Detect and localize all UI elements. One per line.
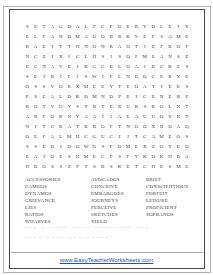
grid-cell[interactable]: J <box>124 131 132 141</box>
grid-cell[interactable]: I <box>48 51 56 61</box>
grid-cell[interactable]: T <box>183 101 191 111</box>
grid-cell[interactable]: N <box>65 111 73 121</box>
grid-cell[interactable]: E <box>183 31 191 41</box>
grid-cell[interactable]: O <box>73 141 81 151</box>
grid-cell[interactable]: A <box>31 151 39 161</box>
grid-cell[interactable]: F <box>40 131 48 141</box>
grid-cell[interactable]: S <box>183 81 191 91</box>
grid-cell[interactable]: O <box>48 111 56 121</box>
grid-cell[interactable]: T <box>65 41 73 51</box>
grid-cell[interactable]: O <box>115 21 123 31</box>
grid-cell[interactable]: A <box>82 111 90 121</box>
grid-cell[interactable]: I <box>132 91 140 101</box>
grid-cell[interactable]: S <box>73 101 81 111</box>
grid-cell[interactable]: B <box>82 121 90 131</box>
grid-cell[interactable]: E <box>141 31 149 41</box>
grid-cell[interactable]: A <box>48 91 56 101</box>
grid-cell[interactable]: O <box>90 41 98 51</box>
grid-cell[interactable]: D <box>149 21 157 31</box>
grid-cell[interactable]: N <box>23 51 31 61</box>
grid-cell[interactable]: R <box>65 81 73 91</box>
grid-cell[interactable]: H <box>166 151 174 161</box>
grid-cell[interactable]: Q <box>141 71 149 81</box>
grid-cell[interactable]: E <box>183 71 191 81</box>
grid-cell[interactable]: N <box>124 121 132 131</box>
grid-cell[interactable]: E <box>124 161 132 171</box>
grid-cell[interactable]: F <box>90 21 98 31</box>
grid-cell[interactable]: R <box>57 111 65 121</box>
grid-cell[interactable]: H <box>90 51 98 61</box>
grid-cell[interactable]: A <box>31 41 39 51</box>
grid-cell[interactable]: F <box>183 41 191 51</box>
grid-cell[interactable]: F <box>107 141 115 151</box>
grid-cell[interactable]: Y <box>183 21 191 31</box>
grid-cell[interactable]: S <box>31 81 39 91</box>
grid-cell[interactable]: X <box>149 121 157 131</box>
grid-cell[interactable]: C <box>31 51 39 61</box>
grid-cell[interactable]: V <box>166 111 174 121</box>
grid-cell[interactable]: C <box>99 151 107 161</box>
grid-cell[interactable]: N <box>40 61 48 71</box>
grid-cell[interactable]: G <box>57 21 65 31</box>
grid-cell[interactable]: X <box>141 141 149 151</box>
grid-cell[interactable]: M <box>157 131 165 141</box>
grid-cell[interactable]: O <box>141 121 149 131</box>
grid-cell[interactable]: O <box>99 31 107 41</box>
grid-cell[interactable]: M <box>141 51 149 61</box>
grid-cell[interactable]: I <box>57 141 65 151</box>
grid-cell[interactable]: N <box>99 91 107 101</box>
grid-cell[interactable]: I <box>40 151 48 161</box>
grid-cell[interactable]: E <box>166 91 174 101</box>
grid-cell[interactable]: R <box>115 31 123 41</box>
grid-cell[interactable]: O <box>23 131 31 141</box>
grid-cell[interactable]: D <box>149 151 157 161</box>
grid-cell[interactable]: V <box>132 31 140 41</box>
grid-cell[interactable]: A <box>115 41 123 51</box>
grid-cell[interactable]: E <box>149 51 157 61</box>
grid-cell[interactable]: A <box>48 31 56 41</box>
grid-cell[interactable]: R <box>149 101 157 111</box>
grid-cell[interactable]: D <box>65 91 73 101</box>
grid-cell[interactable]: M <box>174 31 182 41</box>
grid-cell[interactable]: I <box>115 131 123 141</box>
grid-cell[interactable]: Y <box>141 21 149 31</box>
grid-cell[interactable]: S <box>57 161 65 171</box>
grid-cell[interactable]: D <box>132 71 140 81</box>
grid-cell[interactable]: E <box>65 61 73 71</box>
grid-cell[interactable]: H <box>149 161 157 171</box>
grid-cell[interactable]: O <box>65 141 73 151</box>
grid-cell[interactable]: R <box>115 101 123 111</box>
grid-cell[interactable]: E <box>166 81 174 91</box>
grid-cell[interactable]: T <box>183 111 191 121</box>
grid-cell[interactable]: I <box>107 51 115 61</box>
grid-cell[interactable]: O <box>157 141 165 151</box>
grid-cell[interactable]: M <box>124 141 132 151</box>
grid-cell[interactable]: I <box>40 71 48 81</box>
grid-cell[interactable]: T <box>149 81 157 91</box>
grid-cell[interactable]: O <box>157 101 165 111</box>
grid-cell[interactable]: E <box>124 91 132 101</box>
grid-cell[interactable]: I <box>31 121 39 131</box>
grid-cell[interactable]: C <box>141 91 149 101</box>
grid-cell[interactable]: E <box>31 21 39 31</box>
grid-cell[interactable]: C <box>73 51 81 61</box>
grid-cell[interactable]: R <box>107 41 115 51</box>
grid-cell[interactable]: Q <box>157 111 165 121</box>
grid-cell[interactable]: E <box>107 101 115 111</box>
grid-cell[interactable]: S <box>141 101 149 111</box>
grid-cell[interactable]: R <box>157 121 165 131</box>
grid-cell[interactable]: N <box>23 121 31 131</box>
grid-cell[interactable]: D <box>65 21 73 31</box>
grid-cell[interactable]: O <box>99 121 107 131</box>
grid-cell[interactable]: O <box>31 101 39 111</box>
grid-cell[interactable]: A <box>157 51 165 61</box>
grid-cell[interactable]: T <box>40 21 48 31</box>
grid-cell[interactable]: C <box>48 121 56 131</box>
grid-cell[interactable]: C <box>99 61 107 71</box>
grid-cell[interactable]: Y <box>57 41 65 51</box>
grid-cell[interactable]: I <box>141 41 149 51</box>
grid-cell[interactable]: T <box>132 41 140 51</box>
grid-cell[interactable]: I <box>99 111 107 121</box>
grid-cell[interactable]: C <box>99 21 107 31</box>
grid-cell[interactable]: V <box>48 81 56 91</box>
grid-cell[interactable]: S <box>90 161 98 171</box>
grid-cell[interactable]: H <box>23 161 31 171</box>
grid-cell[interactable]: L <box>166 101 174 111</box>
grid-cell[interactable]: E <box>166 131 174 141</box>
grid-cell[interactable]: F <box>149 31 157 41</box>
grid-cell[interactable]: Q <box>124 51 132 61</box>
grid-cell[interactable]: E <box>174 141 182 151</box>
grid-cell[interactable]: P <box>115 91 123 101</box>
grid-cell[interactable]: Z <box>183 51 191 61</box>
grid-cell[interactable]: I <box>99 71 107 81</box>
grid-cell[interactable]: A <box>48 131 56 141</box>
grid-cell[interactable]: I <box>174 21 182 31</box>
grid-cell[interactable]: S <box>82 71 90 81</box>
grid-cell[interactable]: E <box>40 141 48 151</box>
grid-cell[interactable]: L <box>57 91 65 101</box>
grid-cell[interactable]: V <box>57 61 65 71</box>
grid-cell[interactable]: E <box>124 111 132 121</box>
grid-cell[interactable]: O <box>90 141 98 151</box>
grid-cell[interactable]: F <box>124 151 132 161</box>
grid-cell[interactable]: Y <box>107 81 115 91</box>
grid-cell[interactable]: S <box>23 141 31 151</box>
grid-cell[interactable]: S <box>115 51 123 61</box>
grid-cell[interactable]: B <box>23 41 31 51</box>
grid-cell[interactable]: O <box>124 61 132 71</box>
grid-cell[interactable]: Y <box>82 101 90 111</box>
grid-cell[interactable]: T <box>115 81 123 91</box>
grid-cell[interactable]: D <box>82 91 90 101</box>
grid-cell[interactable]: A <box>149 131 157 141</box>
grid-cell[interactable]: F <box>157 41 165 51</box>
grid-cell[interactable]: X <box>57 51 65 61</box>
grid-cell[interactable]: S <box>48 161 56 171</box>
grid-cell[interactable]: S <box>23 71 31 81</box>
grid-cell[interactable]: B <box>149 61 157 71</box>
grid-cell[interactable]: E <box>157 161 165 171</box>
grid-cell[interactable]: L <box>115 61 123 71</box>
grid-cell[interactable]: E <box>40 91 48 101</box>
grid-cell[interactable]: F <box>73 161 81 171</box>
grid-cell[interactable]: E <box>149 41 157 51</box>
grid-cell[interactable]: R <box>31 111 39 121</box>
grid-cell[interactable]: D <box>48 141 56 151</box>
grid-cell[interactable]: I <box>73 61 81 71</box>
grid-cell[interactable]: F <box>132 51 140 61</box>
grid-cell[interactable]: E <box>57 151 65 161</box>
grid-cell[interactable]: E <box>174 81 182 91</box>
grid-cell[interactable]: S <box>99 51 107 61</box>
grid-cell[interactable]: M <box>82 151 90 161</box>
grid-cell[interactable]: O <box>132 81 140 91</box>
grid-cell[interactable]: K <box>141 151 149 161</box>
grid-cell[interactable]: L <box>57 131 65 141</box>
grid-cell[interactable]: T <box>40 121 48 131</box>
grid-cell[interactable]: R <box>132 21 140 31</box>
grid-cell[interactable]: K <box>166 61 174 71</box>
grid-cell[interactable]: Y <box>73 111 81 121</box>
grid-cell[interactable]: A <box>23 111 31 121</box>
grid-cell[interactable]: W <box>82 141 90 151</box>
grid-cell[interactable]: U <box>57 101 65 111</box>
grid-cell[interactable]: N <box>157 91 165 101</box>
grid-cell[interactable]: N <box>124 71 132 81</box>
grid-cell[interactable]: L <box>31 31 39 41</box>
grid-cell[interactable]: H <box>73 151 81 161</box>
grid-cell[interactable]: B <box>107 31 115 41</box>
grid-cell[interactable]: S <box>157 31 165 41</box>
grid-cell[interactable]: O <box>23 81 31 91</box>
grid-cell[interactable]: N <box>99 41 107 51</box>
grid-cell[interactable]: S <box>31 141 39 151</box>
grid-cell[interactable]: R <box>82 61 90 71</box>
grid-cell[interactable]: S <box>31 91 39 101</box>
grid-cell[interactable]: N <box>166 51 174 61</box>
grid-cell[interactable]: M <box>90 91 98 101</box>
grid-cell[interactable]: O <box>132 121 140 131</box>
grid-cell[interactable]: P <box>23 91 31 101</box>
grid-cell[interactable]: C <box>141 161 149 171</box>
grid-cell[interactable]: A <box>48 21 56 31</box>
grid-cell[interactable]: G <box>90 131 98 141</box>
grid-cell[interactable]: I <box>57 71 65 81</box>
grid-cell[interactable]: E <box>99 81 107 91</box>
grid-cell[interactable]: A <box>82 31 90 41</box>
grid-cell[interactable]: C <box>107 131 115 141</box>
grid-cell[interactable]: O <box>124 41 132 51</box>
grid-cell[interactable]: L <box>82 51 90 61</box>
grid-cell[interactable]: F <box>107 121 115 131</box>
grid-cell[interactable]: S <box>115 151 123 161</box>
grid-cell[interactable]: D <box>107 91 115 101</box>
grid-cell[interactable]: Y <box>166 141 174 151</box>
grid-cell[interactable]: A <box>166 31 174 41</box>
grid-cell[interactable]: O <box>174 131 182 141</box>
grid-cell[interactable]: R <box>90 121 98 131</box>
grid-cell[interactable]: S <box>166 161 174 171</box>
grid-cell[interactable]: T <box>82 161 90 171</box>
grid-cell[interactable]: E <box>23 151 31 161</box>
grid-cell[interactable]: Q <box>183 121 191 131</box>
grid-cell[interactable]: E <box>157 71 165 81</box>
grid-cell[interactable]: F <box>40 111 48 121</box>
grid-cell[interactable]: S <box>107 161 115 171</box>
grid-cell[interactable]: F <box>107 151 115 161</box>
grid-cell[interactable]: D <box>183 141 191 151</box>
grid-cell[interactable]: I <box>48 41 56 51</box>
grid-cell[interactable]: A <box>90 111 98 121</box>
grid-cell[interactable]: E <box>31 131 39 141</box>
grid-cell[interactable]: E <box>166 21 174 31</box>
grid-cell[interactable]: A <box>183 151 191 161</box>
grid-cell[interactable]: E <box>149 91 157 101</box>
grid-cell[interactable]: M <box>82 81 90 91</box>
grid-cell[interactable]: S <box>99 141 107 151</box>
grid-cell[interactable]: G <box>90 61 98 71</box>
grid-cell[interactable]: R <box>174 111 182 121</box>
grid-cell[interactable]: O <box>57 81 65 91</box>
grid-cell[interactable]: R <box>166 71 174 81</box>
grid-cell[interactable]: N <box>82 41 90 51</box>
grid-cell[interactable]: T <box>99 101 107 111</box>
grid-cell[interactable]: S <box>65 151 73 161</box>
grid-cell[interactable]: E <box>107 61 115 71</box>
site-link[interactable]: www.EasyTeacherWorksheets.com <box>0 257 213 263</box>
grid-cell[interactable]: A <box>115 111 123 121</box>
grid-cell[interactable]: A <box>65 121 73 131</box>
grid-cell[interactable]: R <box>132 101 140 111</box>
grid-cell[interactable]: Z <box>174 61 182 71</box>
grid-cell[interactable]: B <box>90 101 98 111</box>
grid-cell[interactable]: H <box>73 131 81 141</box>
grid-cell[interactable]: Z <box>40 51 48 61</box>
grid-cell[interactable]: S <box>174 51 182 61</box>
grid-cell[interactable]: E <box>23 61 31 71</box>
grid-cell[interactable]: D <box>31 161 39 171</box>
grid-cell[interactable]: K <box>115 161 123 171</box>
grid-cell[interactable]: Y <box>40 101 48 111</box>
grid-cell[interactable]: E <box>90 151 98 161</box>
grid-cell[interactable]: D <box>65 31 73 41</box>
grid-cell[interactable]: A <box>174 121 182 131</box>
grid-cell[interactable]: Y <box>65 101 73 111</box>
grid-cell[interactable]: A <box>132 61 140 71</box>
grid-cell[interactable]: S <box>40 81 48 91</box>
grid-cell[interactable]: Z <box>65 161 73 171</box>
grid-cell[interactable]: M <box>73 31 81 41</box>
grid-cell[interactable]: C <box>82 131 90 141</box>
grid-cell[interactable]: H <box>73 41 81 51</box>
grid-cell[interactable]: A <box>141 81 149 91</box>
grid-cell[interactable]: D <box>174 151 182 161</box>
grid-cell[interactable]: T <box>132 161 140 171</box>
grid-cell[interactable]: R <box>174 91 182 101</box>
grid-cell[interactable]: I <box>157 81 165 91</box>
grid-cell[interactable]: U <box>124 101 132 111</box>
grid-cell[interactable]: P <box>183 91 191 101</box>
grid-cell[interactable]: F <box>40 31 48 41</box>
grid-cell[interactable]: U <box>99 131 107 141</box>
grid-cell[interactable]: K <box>157 151 165 161</box>
grid-cell[interactable]: T <box>73 121 81 131</box>
grid-cell[interactable]: T <box>132 131 140 141</box>
grid-cell[interactable]: B <box>99 161 107 171</box>
grid-cell[interactable]: A <box>48 61 56 71</box>
grid-cell[interactable]: N <box>57 31 65 41</box>
grid-cell[interactable]: M <box>174 161 182 171</box>
grid-cell[interactable]: P <box>107 21 115 31</box>
grid-cell[interactable]: R <box>57 121 65 131</box>
grid-cell[interactable]: E <box>124 21 132 31</box>
grid-cell[interactable]: O <box>48 151 56 161</box>
grid-cell[interactable]: K <box>73 91 81 101</box>
grid-cell[interactable]: R <box>166 41 174 51</box>
grid-cell[interactable]: I <box>141 61 149 71</box>
grid-cell[interactable]: L <box>82 21 90 31</box>
grid-cell[interactable]: V <box>48 101 56 111</box>
grid-cell[interactable]: O <box>90 31 98 41</box>
grid-cell[interactable]: O <box>40 161 48 171</box>
grid-cell[interactable]: E <box>132 141 140 151</box>
grid-cell[interactable]: E <box>90 81 98 91</box>
grid-cell[interactable]: U <box>141 111 149 121</box>
grid-cell[interactable]: M <box>65 131 73 141</box>
grid-cell[interactable]: C <box>157 61 165 71</box>
grid-cell[interactable]: J <box>73 71 81 81</box>
grid-cell[interactable]: E <box>23 31 31 41</box>
grid-cell[interactable]: U <box>149 111 157 121</box>
grid-cell[interactable]: R <box>23 101 31 111</box>
grid-cell[interactable]: E <box>31 71 39 81</box>
grid-cell[interactable]: L <box>115 71 123 81</box>
grid-cell[interactable]: L <box>157 21 165 31</box>
grid-cell[interactable]: E <box>183 161 191 171</box>
grid-cell[interactable]: S <box>23 21 31 31</box>
grid-cell[interactable]: S <box>183 61 191 71</box>
grid-cell[interactable]: F <box>65 71 73 81</box>
grid-cell[interactable]: Y <box>132 151 140 161</box>
grid-cell[interactable]: O <box>115 141 123 151</box>
grid-cell[interactable]: W <box>90 71 98 81</box>
grid-cell[interactable]: T <box>115 121 123 131</box>
grid-cell[interactable]: S <box>183 131 191 141</box>
grid-cell[interactable]: C <box>141 131 149 141</box>
grid-cell[interactable]: F <box>107 71 115 81</box>
grid-cell[interactable]: K <box>124 31 132 41</box>
grid-cell[interactable]: A <box>132 111 140 121</box>
grid-cell[interactable]: N <box>174 101 182 111</box>
grid-cell[interactable]: E <box>40 41 48 51</box>
grid-cell[interactable]: O <box>174 41 182 51</box>
grid-cell[interactable]: D <box>166 121 174 131</box>
grid-cell[interactable]: E <box>124 81 132 91</box>
grid-cell[interactable]: C <box>149 71 157 81</box>
grid-cell[interactable]: C <box>31 61 39 71</box>
grid-cell[interactable]: Y <box>174 71 182 81</box>
grid-cell[interactable]: I <box>65 51 73 61</box>
grid-cell[interactable]: X <box>73 81 81 91</box>
grid-cell[interactable]: Z <box>149 141 157 151</box>
grid-cell[interactable]: I <box>107 111 115 121</box>
grid-cell[interactable]: B <box>48 71 56 81</box>
